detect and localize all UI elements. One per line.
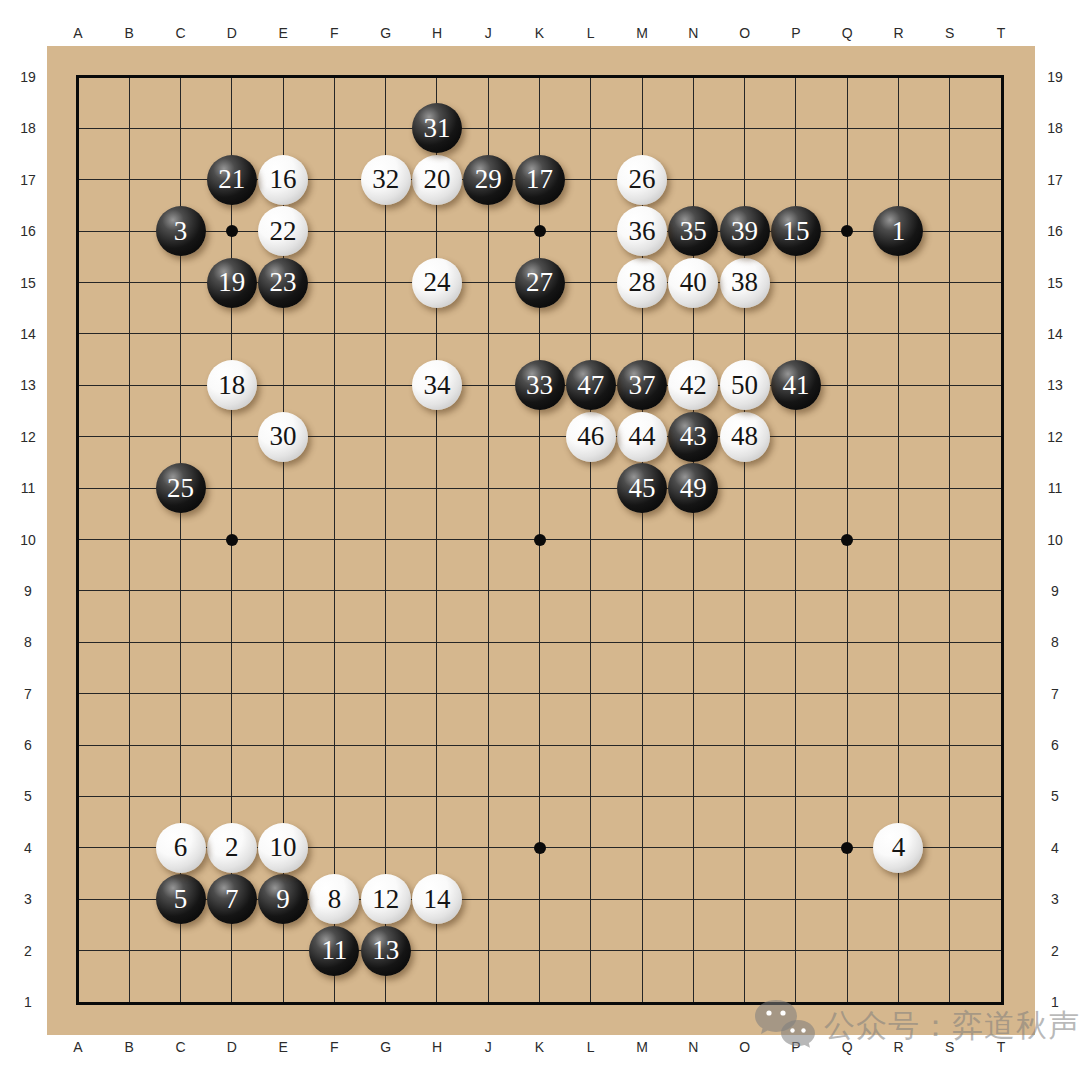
- col-label-top-D: D: [227, 25, 237, 41]
- stone-number: 12: [372, 886, 399, 913]
- stone-50-white-O13: 50: [720, 360, 770, 410]
- row-label-left-18: 18: [20, 120, 36, 136]
- watermark-text: 公众号：弈道秋声: [824, 1005, 1080, 1047]
- stone-26-white-M17: 26: [617, 155, 667, 205]
- stone-number: 49: [680, 475, 707, 502]
- stone-number: 18: [218, 372, 245, 399]
- stone-number: 40: [680, 269, 707, 296]
- stone-number: 8: [328, 886, 342, 913]
- stone-number: 3: [174, 218, 188, 245]
- row-label-right-2: 2: [1051, 943, 1059, 959]
- stone-number: 30: [270, 423, 297, 450]
- stone-number: 25: [167, 475, 194, 502]
- stone-45-black-M11: 45: [617, 463, 667, 513]
- stone-number: 5: [174, 886, 188, 913]
- stone-number: 6: [174, 834, 188, 861]
- stone-number: 48: [731, 423, 758, 450]
- col-label-top-S: S: [945, 25, 954, 41]
- stone-number: 46: [577, 423, 604, 450]
- stone-36-white-M16: 36: [617, 206, 667, 256]
- star-point-K16: [534, 225, 546, 237]
- stone-number: 47: [577, 372, 604, 399]
- stone-4-white-R4: 4: [873, 823, 923, 873]
- stone-number: 24: [423, 269, 450, 296]
- stone-37-black-M13: 37: [617, 360, 667, 410]
- star-point-K10: [534, 534, 546, 546]
- stone-43-black-N12: 43: [668, 412, 718, 462]
- row-label-right-13: 13: [1047, 377, 1063, 393]
- stone-18-white-D13: 18: [207, 360, 257, 410]
- stone-number: 20: [423, 166, 450, 193]
- stone-number: 1: [892, 218, 906, 245]
- col-label-bottom-E: E: [278, 1039, 287, 1055]
- row-label-right-17: 17: [1047, 172, 1063, 188]
- stone-22-white-E16: 22: [258, 206, 308, 256]
- stone-number: 39: [731, 218, 758, 245]
- stone-number: 26: [629, 166, 656, 193]
- stone-number: 16: [270, 166, 297, 193]
- stone-number: 42: [680, 372, 707, 399]
- stone-number: 17: [526, 166, 553, 193]
- watermark: 公众号：弈道秋声: [752, 1000, 1080, 1052]
- stone-41-black-P13: 41: [771, 360, 821, 410]
- stone-32-white-G17: 32: [361, 155, 411, 205]
- col-label-top-F: F: [330, 25, 339, 41]
- row-label-right-10: 10: [1047, 532, 1063, 548]
- row-label-left-19: 19: [20, 69, 36, 85]
- stone-number: 7: [225, 886, 239, 913]
- row-label-right-9: 9: [1051, 583, 1059, 599]
- col-label-bottom-K: K: [535, 1039, 544, 1055]
- col-label-bottom-F: F: [330, 1039, 339, 1055]
- stone-29-black-J17: 29: [463, 155, 513, 205]
- row-label-right-12: 12: [1047, 429, 1063, 445]
- stone-28-white-M15: 28: [617, 258, 667, 308]
- stone-number: 37: [629, 372, 656, 399]
- stone-number: 36: [629, 218, 656, 245]
- stone-16-white-E17: 16: [258, 155, 308, 205]
- row-label-left-10: 10: [20, 532, 36, 548]
- stone-20-white-H17: 20: [412, 155, 462, 205]
- stone-12-white-G3: 12: [361, 874, 411, 924]
- stone-5-black-C3: 5: [156, 874, 206, 924]
- stone-number: 32: [372, 166, 399, 193]
- row-label-left-15: 15: [20, 275, 36, 291]
- row-label-right-6: 6: [1051, 737, 1059, 753]
- stone-number: 31: [423, 115, 450, 142]
- row-label-right-18: 18: [1047, 120, 1063, 136]
- row-label-right-3: 3: [1051, 891, 1059, 907]
- stone-2-white-D4: 2: [207, 823, 257, 873]
- col-label-top-K: K: [535, 25, 544, 41]
- row-label-left-7: 7: [24, 686, 32, 702]
- stone-25-black-C11: 25: [156, 463, 206, 513]
- stone-21-black-D17: 21: [207, 155, 257, 205]
- stone-35-black-N16: 35: [668, 206, 718, 256]
- row-label-left-11: 11: [21, 480, 36, 496]
- row-label-left-1: 1: [24, 994, 32, 1010]
- star-point-D10: [226, 534, 238, 546]
- stone-number: 15: [782, 218, 809, 245]
- col-label-top-C: C: [175, 25, 185, 41]
- col-label-top-J: J: [485, 25, 492, 41]
- row-label-right-7: 7: [1051, 686, 1059, 702]
- row-label-right-16: 16: [1047, 223, 1063, 239]
- stone-23-black-E15: 23: [258, 258, 308, 308]
- col-label-bottom-D: D: [227, 1039, 237, 1055]
- col-label-bottom-G: G: [380, 1039, 391, 1055]
- stone-3-black-C16: 3: [156, 206, 206, 256]
- col-label-top-N: N: [688, 25, 698, 41]
- col-label-bottom-H: H: [432, 1039, 442, 1055]
- row-label-right-5: 5: [1051, 788, 1059, 804]
- stone-42-white-N13: 42: [668, 360, 718, 410]
- row-label-right-15: 15: [1047, 275, 1063, 291]
- stone-39-black-O16: 39: [720, 206, 770, 256]
- stone-number: 23: [270, 269, 297, 296]
- row-label-left-17: 17: [20, 172, 36, 188]
- stone-number: 21: [218, 166, 245, 193]
- stone-number: 35: [680, 218, 707, 245]
- stone-34-white-H13: 34: [412, 360, 462, 410]
- col-label-bottom-N: N: [688, 1039, 698, 1055]
- stone-38-white-O15: 38: [720, 258, 770, 308]
- row-label-left-3: 3: [24, 891, 32, 907]
- col-label-bottom-B: B: [125, 1039, 134, 1055]
- stone-number: 4: [892, 834, 906, 861]
- stone-number: 9: [276, 886, 290, 913]
- stone-10-white-E4: 10: [258, 823, 308, 873]
- stone-number: 2: [225, 834, 239, 861]
- stone-14-white-H3: 14: [412, 874, 462, 924]
- row-label-right-14: 14: [1047, 326, 1063, 342]
- stone-19-black-D15: 19: [207, 258, 257, 308]
- stone-46-white-L12: 46: [566, 412, 616, 462]
- col-label-top-T: T: [997, 25, 1006, 41]
- col-label-bottom-A: A: [73, 1039, 82, 1055]
- row-label-left-14: 14: [20, 326, 36, 342]
- stone-number: 27: [526, 269, 553, 296]
- col-label-bottom-C: C: [175, 1039, 185, 1055]
- star-point-Q4: [841, 842, 853, 854]
- stone-17-black-K17: 17: [515, 155, 565, 205]
- go-diagram-page: AABBCCDDEEFFGGHHJJKKLLMMNNOOPPQQRRSSTT19…: [0, 0, 1080, 1080]
- col-label-top-R: R: [893, 25, 903, 41]
- row-label-left-9: 9: [24, 583, 32, 599]
- stone-number: 38: [731, 269, 758, 296]
- stone-11-black-F2: 11: [309, 926, 359, 976]
- stone-24-white-H15: 24: [412, 258, 462, 308]
- stone-number: 29: [475, 166, 502, 193]
- stone-number: 33: [526, 372, 553, 399]
- col-label-top-L: L: [587, 25, 595, 41]
- stone-30-white-E12: 30: [258, 412, 308, 462]
- stone-40-white-N15: 40: [668, 258, 718, 308]
- stone-9-black-E3: 9: [258, 874, 308, 924]
- row-label-left-16: 16: [20, 223, 36, 239]
- stone-31-black-H18: 31: [412, 103, 462, 153]
- stone-number: 11: [321, 937, 347, 964]
- stone-number: 10: [270, 834, 297, 861]
- stone-33-black-K13: 33: [515, 360, 565, 410]
- col-label-bottom-L: L: [587, 1039, 595, 1055]
- stone-13-black-G2: 13: [361, 926, 411, 976]
- col-label-top-M: M: [636, 25, 648, 41]
- col-label-top-E: E: [278, 25, 287, 41]
- wechat-icon: [752, 998, 816, 1054]
- stone-number: 44: [629, 423, 656, 450]
- col-label-top-G: G: [380, 25, 391, 41]
- stone-6-white-C4: 6: [156, 823, 206, 873]
- stone-number: 22: [270, 218, 297, 245]
- row-label-left-6: 6: [24, 737, 32, 753]
- stone-number: 14: [423, 886, 450, 913]
- stone-47-black-L13: 47: [566, 360, 616, 410]
- col-label-top-H: H: [432, 25, 442, 41]
- star-point-K4: [534, 842, 546, 854]
- col-label-top-A: A: [73, 25, 82, 41]
- stone-48-white-O12: 48: [720, 412, 770, 462]
- star-point-Q10: [841, 534, 853, 546]
- stone-15-black-P16: 15: [771, 206, 821, 256]
- stone-44-white-M12: 44: [617, 412, 667, 462]
- stone-number: 41: [782, 372, 809, 399]
- stone-49-black-N11: 49: [668, 463, 718, 513]
- stone-number: 45: [629, 475, 656, 502]
- star-point-Q16: [841, 225, 853, 237]
- row-label-left-12: 12: [20, 429, 36, 445]
- stone-27-black-K15: 27: [515, 258, 565, 308]
- row-label-right-11: 11: [1048, 480, 1063, 496]
- star-point-D16: [226, 225, 238, 237]
- stone-number: 13: [372, 937, 399, 964]
- col-label-top-Q: Q: [842, 25, 853, 41]
- stone-number: 19: [218, 269, 245, 296]
- stone-1-black-R16: 1: [873, 206, 923, 256]
- col-label-bottom-O: O: [739, 1039, 750, 1055]
- stone-7-black-D3: 7: [207, 874, 257, 924]
- row-label-right-4: 4: [1051, 840, 1059, 856]
- row-label-right-8: 8: [1051, 634, 1059, 650]
- row-label-left-13: 13: [20, 377, 36, 393]
- col-label-bottom-J: J: [485, 1039, 492, 1055]
- col-label-bottom-M: M: [636, 1039, 648, 1055]
- stone-number: 50: [731, 372, 758, 399]
- row-label-left-8: 8: [24, 634, 32, 650]
- row-label-left-4: 4: [24, 840, 32, 856]
- stone-8-white-F3: 8: [309, 874, 359, 924]
- col-label-top-P: P: [791, 25, 800, 41]
- row-label-left-5: 5: [24, 788, 32, 804]
- stone-number: 28: [629, 269, 656, 296]
- stone-number: 34: [423, 372, 450, 399]
- col-label-top-O: O: [739, 25, 750, 41]
- row-label-right-19: 19: [1047, 69, 1063, 85]
- col-label-top-B: B: [125, 25, 134, 41]
- stone-number: 43: [680, 423, 707, 450]
- row-label-left-2: 2: [24, 943, 32, 959]
